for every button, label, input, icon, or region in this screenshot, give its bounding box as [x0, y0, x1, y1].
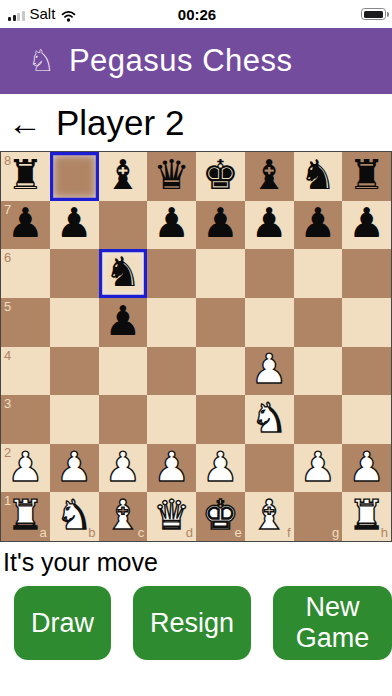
square-c1[interactable]: c♝ [99, 492, 148, 541]
piece-black-pawn: ♟ [348, 203, 385, 244]
square-d3[interactable] [147, 395, 196, 444]
square-b6[interactable] [50, 249, 99, 298]
piece-black-pawn: ♟ [56, 203, 93, 244]
piece-white-pawn: ♟ [56, 447, 93, 488]
piece-white-rook: ♜ [7, 495, 44, 536]
rank-label-4: 4 [4, 349, 11, 362]
back-button[interactable]: ← [8, 106, 42, 140]
new-game-button[interactable]: New Game [273, 586, 392, 660]
piece-white-queen: ♛ [153, 495, 190, 536]
player-nav: ← Player 2 [0, 94, 392, 151]
piece-black-pawn: ♟ [104, 301, 141, 342]
rank-label-5: 5 [4, 300, 11, 313]
square-b2[interactable]: ♟ [50, 444, 99, 493]
square-g7[interactable]: ♟ [294, 201, 343, 250]
square-e2[interactable]: ♟ [196, 444, 245, 493]
square-h6[interactable] [342, 249, 391, 298]
piece-black-pawn: ♟ [7, 203, 44, 244]
square-f6[interactable] [245, 249, 294, 298]
piece-black-knight: ♞ [104, 252, 141, 293]
piece-white-pawn: ♟ [153, 447, 190, 488]
piece-white-pawn: ♟ [348, 447, 385, 488]
square-g5[interactable] [294, 298, 343, 347]
square-g1[interactable]: g [294, 492, 343, 541]
square-f1[interactable]: f♝ [245, 492, 294, 541]
square-g6[interactable] [294, 249, 343, 298]
piece-black-pawn: ♟ [299, 203, 336, 244]
square-e3[interactable] [196, 395, 245, 444]
square-b7[interactable]: ♟ [50, 201, 99, 250]
square-c5[interactable]: ♟ [99, 298, 148, 347]
piece-white-rook: ♜ [348, 495, 385, 536]
draw-button[interactable]: Draw [14, 586, 111, 660]
square-c7[interactable] [99, 201, 148, 250]
piece-black-pawn: ♟ [251, 203, 288, 244]
piece-white-pawn: ♟ [202, 447, 239, 488]
rank-label-3: 3 [4, 397, 11, 410]
square-h5[interactable] [342, 298, 391, 347]
square-g3[interactable] [294, 395, 343, 444]
piece-white-king: ♚ [202, 495, 239, 536]
square-h4[interactable] [342, 347, 391, 396]
square-f3[interactable]: ♞ [245, 395, 294, 444]
square-h8[interactable]: ♜ [342, 152, 391, 201]
piece-black-pawn: ♟ [202, 203, 239, 244]
square-a7[interactable]: 7♟ [1, 201, 50, 250]
square-f7[interactable]: ♟ [245, 201, 294, 250]
square-d4[interactable] [147, 347, 196, 396]
square-d8[interactable]: ♛ [147, 152, 196, 201]
square-f5[interactable] [245, 298, 294, 347]
square-c4[interactable] [99, 347, 148, 396]
square-b1[interactable]: b♞ [50, 492, 99, 541]
wifi-icon [60, 9, 77, 22]
cell-signal-icon [8, 11, 25, 22]
square-d6[interactable] [147, 249, 196, 298]
move-status-text: It's your move [3, 548, 392, 577]
square-g2[interactable]: ♟ [294, 444, 343, 493]
square-c3[interactable] [99, 395, 148, 444]
square-e6[interactable] [196, 249, 245, 298]
square-f4[interactable]: ♟ [245, 347, 294, 396]
square-g8[interactable]: ♞ [294, 152, 343, 201]
action-buttons: Draw Resign New Game [14, 586, 392, 660]
square-e4[interactable] [196, 347, 245, 396]
square-b4[interactable] [50, 347, 99, 396]
battery-icon [361, 8, 386, 20]
square-g4[interactable] [294, 347, 343, 396]
square-b8[interactable] [50, 152, 99, 201]
square-f8[interactable]: ♝ [245, 152, 294, 201]
square-a4[interactable]: 4 [1, 347, 50, 396]
resign-button[interactable]: Resign [133, 586, 251, 660]
square-a1[interactable]: 1a♜ [1, 492, 50, 541]
piece-white-bishop: ♝ [251, 495, 288, 536]
carrier-label: Salt [30, 6, 56, 22]
piece-black-queen: ♛ [153, 155, 190, 196]
piece-white-knight: ♞ [56, 495, 93, 536]
square-h7[interactable]: ♟ [342, 201, 391, 250]
piece-white-pawn: ♟ [104, 447, 141, 488]
piece-white-knight: ♞ [251, 398, 288, 439]
piece-black-knight: ♞ [299, 155, 336, 196]
square-a5[interactable]: 5 [1, 298, 50, 347]
square-d7[interactable]: ♟ [147, 201, 196, 250]
square-h1[interactable]: h♜ [342, 492, 391, 541]
piece-white-pawn: ♟ [251, 349, 288, 390]
square-b5[interactable] [50, 298, 99, 347]
square-e8[interactable]: ♚ [196, 152, 245, 201]
app-header: ♘ Pegasus Chess [0, 28, 392, 94]
status-bar: Salt 00:26 [0, 0, 392, 28]
piece-black-bishop: ♝ [251, 155, 288, 196]
square-e5[interactable] [196, 298, 245, 347]
square-e1[interactable]: e♚ [196, 492, 245, 541]
square-h2[interactable]: ♟ [342, 444, 391, 493]
square-a2[interactable]: 2♟ [1, 444, 50, 493]
square-d1[interactable]: d♛ [147, 492, 196, 541]
piece-white-bishop: ♝ [104, 495, 141, 536]
square-c2[interactable]: ♟ [99, 444, 148, 493]
rank-label-6: 6 [4, 251, 11, 264]
file-label-g: g [332, 526, 339, 539]
square-d2[interactable]: ♟ [147, 444, 196, 493]
piece-black-bishop: ♝ [104, 155, 141, 196]
square-a6[interactable]: 6 [1, 249, 50, 298]
square-b3[interactable] [50, 395, 99, 444]
chess-board: 8♜♝♛♚♝♞♜7♟♟♟♟♟♟♟6♞5♟4♟3♞2♟♟♟♟♟♟♟1a♜b♞c♝d… [0, 151, 392, 542]
app-title: Pegasus Chess [69, 43, 293, 79]
square-a3[interactable]: 3 [1, 395, 50, 444]
piece-white-pawn: ♟ [7, 447, 44, 488]
square-e7[interactable]: ♟ [196, 201, 245, 250]
piece-black-pawn: ♟ [153, 203, 190, 244]
square-d5[interactable] [147, 298, 196, 347]
piece-black-king: ♚ [202, 155, 239, 196]
status-time: 00:26 [128, 6, 266, 23]
square-c8[interactable]: ♝ [99, 152, 148, 201]
square-f2[interactable] [245, 444, 294, 493]
piece-black-rook: ♜ [348, 155, 385, 196]
square-h3[interactable] [342, 395, 391, 444]
player-name: Player 2 [56, 103, 184, 143]
knight-logo-icon: ♘ [28, 46, 55, 76]
piece-white-pawn: ♟ [299, 447, 336, 488]
square-c6[interactable]: ♞ [99, 249, 148, 298]
piece-black-rook: ♜ [7, 155, 44, 196]
square-a8[interactable]: 8♜ [1, 152, 50, 201]
